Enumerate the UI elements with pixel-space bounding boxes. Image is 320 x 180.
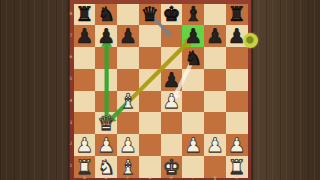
square-e7[interactable] bbox=[161, 25, 183, 47]
square-g6[interactable] bbox=[204, 47, 226, 69]
piece-white-pawn-f2[interactable]: ♟ bbox=[182, 134, 204, 156]
piece-white-rook-a1[interactable]: ♜ bbox=[74, 156, 96, 178]
piece-black-pawn-g7[interactable]: ♟ bbox=[204, 25, 226, 47]
square-b4[interactable] bbox=[95, 91, 117, 113]
square-f4[interactable] bbox=[182, 91, 204, 113]
piece-white-bishop-c1[interactable]: ♝ bbox=[117, 156, 139, 178]
square-c3[interactable] bbox=[117, 112, 139, 134]
square-d4[interactable] bbox=[139, 91, 161, 113]
piece-white-knight-b1[interactable]: ♞ bbox=[95, 156, 117, 178]
square-e6[interactable] bbox=[161, 47, 183, 69]
square-d2[interactable] bbox=[139, 134, 161, 156]
square-a6[interactable] bbox=[74, 47, 96, 69]
chess-board: ♜♞♛♚♝♜♟♟♟♟♟♟♞♟♝♟♛♟♟♟♟♟♟♜♞♝♚♜ bbox=[69, 0, 252, 180]
square-a3[interactable] bbox=[74, 112, 96, 134]
piece-white-pawn-h2[interactable]: ♟ bbox=[226, 134, 248, 156]
square-f5[interactable] bbox=[182, 69, 204, 91]
piece-black-rook-h8[interactable]: ♜ bbox=[226, 4, 248, 26]
square-d1[interactable] bbox=[139, 156, 161, 178]
piece-white-pawn-b2[interactable]: ♟ bbox=[95, 134, 117, 156]
piece-white-king-e1[interactable]: ♚ bbox=[161, 156, 183, 178]
square-f1[interactable] bbox=[182, 156, 204, 178]
square-h4[interactable] bbox=[226, 91, 248, 113]
piece-black-king-e8[interactable]: ♚ bbox=[161, 4, 183, 26]
piece-white-rook-h1[interactable]: ♜ bbox=[226, 156, 248, 178]
square-d3[interactable] bbox=[139, 112, 161, 134]
square-e2[interactable] bbox=[161, 134, 183, 156]
piece-black-rook-a8[interactable]: ♜ bbox=[74, 4, 96, 26]
piece-black-pawn-a7[interactable]: ♟ bbox=[74, 25, 96, 47]
piece-black-pawn-c7[interactable]: ♟ bbox=[117, 25, 139, 47]
piece-black-pawn-b7[interactable]: ♟ bbox=[95, 25, 117, 47]
square-g1[interactable] bbox=[204, 156, 226, 178]
piece-white-pawn-g2[interactable]: ♟ bbox=[204, 134, 226, 156]
square-e3[interactable] bbox=[161, 112, 183, 134]
square-c8[interactable] bbox=[117, 4, 139, 26]
square-b5[interactable] bbox=[95, 69, 117, 91]
square-h6[interactable] bbox=[226, 47, 248, 69]
piece-black-knight-f6[interactable]: ♞ bbox=[182, 47, 204, 69]
piece-white-bishop-c4[interactable]: ♝ bbox=[117, 91, 139, 113]
piece-black-queen-d8[interactable]: ♛ bbox=[139, 4, 161, 26]
square-d7[interactable] bbox=[139, 25, 161, 47]
piece-white-pawn-c2[interactable]: ♟ bbox=[117, 134, 139, 156]
square-h5[interactable] bbox=[226, 69, 248, 91]
square-g4[interactable] bbox=[204, 91, 226, 113]
square-h3[interactable] bbox=[226, 112, 248, 134]
piece-white-pawn-e4[interactable]: ♟ bbox=[161, 91, 183, 113]
piece-black-pawn-e5[interactable]: ♟ bbox=[161, 69, 183, 91]
piece-black-knight-b8[interactable]: ♞ bbox=[95, 4, 117, 26]
square-g5[interactable] bbox=[204, 69, 226, 91]
piece-black-pawn-f7[interactable]: ♟ bbox=[182, 25, 204, 47]
screen-background: ♜♞♛♚♝♜♟♟♟♟♟♟♞♟♝♟♛♟♟♟♟♟♟♜♞♝♚♜ 87654321abc… bbox=[0, 0, 320, 180]
cursor-highlight-dot bbox=[243, 33, 258, 48]
square-a4[interactable] bbox=[74, 91, 96, 113]
square-d6[interactable] bbox=[139, 47, 161, 69]
square-g8[interactable] bbox=[204, 4, 226, 26]
square-c6[interactable] bbox=[117, 47, 139, 69]
square-d5[interactable] bbox=[139, 69, 161, 91]
square-g3[interactable] bbox=[204, 112, 226, 134]
square-f3[interactable] bbox=[182, 112, 204, 134]
piece-white-queen-b3[interactable]: ♛ bbox=[95, 112, 117, 134]
square-a5[interactable] bbox=[74, 69, 96, 91]
piece-white-pawn-a2[interactable]: ♟ bbox=[74, 134, 96, 156]
piece-black-bishop-f8[interactable]: ♝ bbox=[182, 4, 204, 26]
square-b6[interactable] bbox=[95, 47, 117, 69]
square-c5[interactable] bbox=[117, 69, 139, 91]
